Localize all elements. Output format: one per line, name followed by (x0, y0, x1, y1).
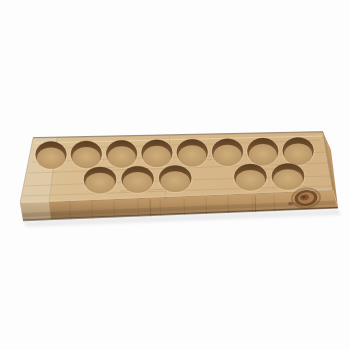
mancala-board-photo (0, 0, 350, 350)
pit-back-6[interactable] (211, 139, 244, 167)
pit-back-7[interactable] (246, 138, 279, 166)
pit-back-1[interactable] (35, 141, 68, 169)
pit-back-5[interactable] (176, 139, 209, 167)
pit-front-1[interactable] (83, 167, 117, 194)
pit-front-3[interactable] (158, 165, 192, 192)
pit-back-2[interactable] (70, 141, 103, 169)
pit-back-4[interactable] (141, 140, 174, 168)
pit-front-5[interactable] (271, 163, 305, 190)
pit-front-4[interactable] (233, 164, 267, 191)
product-photo (0, 0, 350, 350)
pit-back-8[interactable] (282, 137, 315, 165)
pit-back-3[interactable] (105, 140, 138, 168)
pit-front-2[interactable] (121, 166, 155, 193)
